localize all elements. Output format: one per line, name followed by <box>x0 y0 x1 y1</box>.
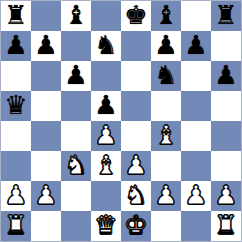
square-e1[interactable]: ♚ <box>121 211 151 241</box>
black-pawn-h6[interactable]: ♟ <box>214 62 237 88</box>
square-f2[interactable]: ♟ <box>151 181 181 211</box>
square-b8[interactable] <box>31 1 61 31</box>
square-c2[interactable] <box>61 181 91 211</box>
square-a4[interactable] <box>1 121 31 151</box>
black-pawn-f7[interactable]: ♟ <box>154 32 177 58</box>
square-d8[interactable] <box>91 1 121 31</box>
black-rook-a8[interactable]: ♜ <box>4 2 27 28</box>
square-b1[interactable] <box>31 211 61 241</box>
square-a7[interactable]: ♟ <box>1 31 31 61</box>
black-king-e8[interactable]: ♚ <box>124 2 147 28</box>
square-f7[interactable]: ♟ <box>151 31 181 61</box>
white-pawn-b2[interactable]: ♟ <box>34 182 57 208</box>
square-c3[interactable]: ♞ <box>61 151 91 181</box>
square-d6[interactable] <box>91 61 121 91</box>
square-h1[interactable]: ♜ <box>211 211 241 241</box>
black-pawn-a7[interactable]: ♟ <box>4 32 27 58</box>
square-c1[interactable] <box>61 211 91 241</box>
white-pawn-e3[interactable]: ♟ <box>124 152 147 178</box>
square-g2[interactable]: ♟ <box>181 181 211 211</box>
square-f8[interactable]: ♝ <box>151 1 181 31</box>
square-b6[interactable] <box>31 61 61 91</box>
white-rook-a1[interactable]: ♜ <box>4 212 27 238</box>
square-d7[interactable]: ♞ <box>91 31 121 61</box>
white-bishop-f4[interactable]: ♝ <box>154 122 177 148</box>
white-bishop-d3[interactable]: ♝ <box>94 152 117 178</box>
white-pawn-g2[interactable]: ♟ <box>184 182 207 208</box>
square-b4[interactable] <box>31 121 61 151</box>
white-knight-c3[interactable]: ♞ <box>64 152 87 178</box>
square-a2[interactable]: ♟ <box>1 181 31 211</box>
black-queen-a5[interactable]: ♛ <box>4 92 27 118</box>
black-knight-f6[interactable]: ♞ <box>154 62 177 88</box>
square-e4[interactable] <box>121 121 151 151</box>
square-g1[interactable] <box>181 211 211 241</box>
square-e3[interactable]: ♟ <box>121 151 151 181</box>
square-c7[interactable] <box>61 31 91 61</box>
black-pawn-g7[interactable]: ♟ <box>184 32 207 58</box>
black-pawn-d5[interactable]: ♟ <box>94 92 117 118</box>
white-pawn-d4[interactable]: ♟ <box>94 122 117 148</box>
square-b3[interactable] <box>31 151 61 181</box>
square-f5[interactable] <box>151 91 181 121</box>
white-pawn-a2[interactable]: ♟ <box>4 182 27 208</box>
square-h7[interactable] <box>211 31 241 61</box>
square-f3[interactable] <box>151 151 181 181</box>
square-e6[interactable] <box>121 61 151 91</box>
square-d1[interactable]: ♛ <box>91 211 121 241</box>
square-b7[interactable]: ♟ <box>31 31 61 61</box>
square-d5[interactable]: ♟ <box>91 91 121 121</box>
square-d2[interactable] <box>91 181 121 211</box>
square-a6[interactable] <box>1 61 31 91</box>
square-g7[interactable]: ♟ <box>181 31 211 61</box>
white-knight-e2[interactable]: ♞ <box>124 182 147 208</box>
chess-board: ♜♝♚♝♜♟♟♞♟♟♟♞♟♛♟♟♝♞♝♟♟♟♞♟♟♟♜♛♚♜ <box>0 0 242 242</box>
square-e7[interactable] <box>121 31 151 61</box>
square-f1[interactable] <box>151 211 181 241</box>
square-d3[interactable]: ♝ <box>91 151 121 181</box>
square-e5[interactable] <box>121 91 151 121</box>
square-e2[interactable]: ♞ <box>121 181 151 211</box>
square-c5[interactable] <box>61 91 91 121</box>
square-c6[interactable]: ♟ <box>61 61 91 91</box>
square-d4[interactable]: ♟ <box>91 121 121 151</box>
square-h5[interactable] <box>211 91 241 121</box>
square-g4[interactable] <box>181 121 211 151</box>
square-f6[interactable]: ♞ <box>151 61 181 91</box>
white-queen-d1[interactable]: ♛ <box>94 212 117 238</box>
square-e8[interactable]: ♚ <box>121 1 151 31</box>
square-g3[interactable] <box>181 151 211 181</box>
square-h2[interactable]: ♟ <box>211 181 241 211</box>
white-pawn-h2[interactable]: ♟ <box>214 182 237 208</box>
black-rook-h8[interactable]: ♜ <box>214 2 237 28</box>
square-g8[interactable] <box>181 1 211 31</box>
square-g5[interactable] <box>181 91 211 121</box>
square-a8[interactable]: ♜ <box>1 1 31 31</box>
square-g6[interactable] <box>181 61 211 91</box>
square-c8[interactable]: ♝ <box>61 1 91 31</box>
white-rook-h1[interactable]: ♜ <box>214 212 237 238</box>
white-pawn-f2[interactable]: ♟ <box>154 182 177 208</box>
square-a5[interactable]: ♛ <box>1 91 31 121</box>
square-h8[interactable]: ♜ <box>211 1 241 31</box>
black-pawn-b7[interactable]: ♟ <box>34 32 57 58</box>
black-pawn-c6[interactable]: ♟ <box>64 62 87 88</box>
black-bishop-c8[interactable]: ♝ <box>64 2 87 28</box>
black-bishop-f8[interactable]: ♝ <box>154 2 177 28</box>
square-a1[interactable]: ♜ <box>1 211 31 241</box>
square-h3[interactable] <box>211 151 241 181</box>
square-b5[interactable] <box>31 91 61 121</box>
square-c4[interactable] <box>61 121 91 151</box>
square-a3[interactable] <box>1 151 31 181</box>
square-b2[interactable]: ♟ <box>31 181 61 211</box>
square-h6[interactable]: ♟ <box>211 61 241 91</box>
square-h4[interactable] <box>211 121 241 151</box>
white-king-e1[interactable]: ♚ <box>124 212 147 238</box>
square-f4[interactable]: ♝ <box>151 121 181 151</box>
black-knight-d7[interactable]: ♞ <box>94 32 117 58</box>
